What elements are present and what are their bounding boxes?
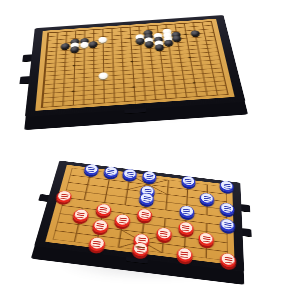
go-grid bbox=[41, 21, 229, 108]
piece-character bbox=[136, 245, 144, 252]
go-stone-black bbox=[61, 43, 70, 50]
star-point bbox=[130, 61, 133, 63]
go-board-frame bbox=[25, 15, 246, 117]
xiangqi-board-surface bbox=[45, 165, 234, 265]
piece-character bbox=[99, 206, 107, 212]
xiangqi-piece-red-horse bbox=[72, 208, 90, 222]
xiangqi-piece-red-chariot bbox=[91, 219, 109, 233]
xiangqi-piece-red-soldier bbox=[178, 221, 194, 235]
xiangqi-piece-blue-advisor bbox=[122, 168, 138, 180]
piece-character bbox=[141, 211, 149, 217]
go-stone-black bbox=[145, 41, 154, 48]
star-point bbox=[132, 86, 135, 88]
piece-character bbox=[182, 224, 189, 231]
hinge-tab bbox=[240, 228, 251, 237]
xiangqi-piece-red-cannon bbox=[156, 227, 173, 242]
go-board-3d bbox=[25, 15, 246, 117]
xiangqi-piece-blue-horse bbox=[179, 205, 194, 219]
go-stone-black bbox=[89, 41, 98, 47]
piece-character bbox=[204, 195, 211, 201]
piece-character bbox=[183, 208, 190, 214]
piece-character bbox=[224, 221, 231, 228]
xiangqi-piece-blue-soldier bbox=[139, 193, 155, 206]
xiangqi-piece-red-horse bbox=[199, 232, 215, 247]
piece-character bbox=[185, 178, 192, 184]
product-photo bbox=[0, 0, 290, 290]
piece-character bbox=[203, 235, 210, 242]
star-point bbox=[72, 90, 75, 92]
xiangqi-piece-red-soldier bbox=[114, 214, 131, 228]
xiangqi-piece-red-elephant bbox=[176, 247, 193, 263]
xiangqi-piece-blue-soldier bbox=[220, 202, 235, 215]
xiangqi-piece-blue-cannon bbox=[200, 192, 215, 205]
go-stone-black bbox=[135, 38, 144, 44]
xiangqi-piece-red-chariot bbox=[220, 252, 236, 268]
piece-character bbox=[224, 256, 232, 263]
go-stone-black bbox=[172, 35, 182, 41]
go-stone-black bbox=[70, 46, 79, 53]
xiangqi-piece-blue-elephant bbox=[181, 175, 196, 187]
xiangqi-pieces-layer bbox=[52, 168, 228, 261]
star-point bbox=[73, 65, 76, 67]
xiangqi-board-3d bbox=[34, 161, 244, 272]
piece-character bbox=[146, 173, 153, 179]
piece-character bbox=[119, 217, 127, 224]
xiangqi-piece-blue-elephant bbox=[103, 166, 119, 178]
star-point bbox=[129, 37, 132, 38]
star-point bbox=[184, 34, 187, 35]
go-stone-white bbox=[99, 72, 108, 79]
xiangqi-piece-red-general bbox=[132, 242, 150, 257]
piece-character bbox=[126, 171, 133, 177]
xiangqi-piece-blue-soldier bbox=[220, 218, 235, 232]
xiangqi-piece-red-soldier bbox=[136, 208, 152, 222]
xiangqi-piece-blue-general bbox=[142, 171, 157, 183]
go-board-surface bbox=[35, 19, 234, 111]
brand-mark bbox=[135, 246, 145, 249]
star-point bbox=[188, 57, 191, 59]
xiangqi-piece-blue-chariot bbox=[220, 180, 234, 192]
hinge-tab bbox=[19, 76, 31, 84]
go-stone-white bbox=[98, 37, 107, 43]
go-stone-black bbox=[190, 30, 200, 36]
piece-character bbox=[107, 169, 114, 175]
go-stone-white bbox=[80, 42, 89, 49]
piece-character bbox=[60, 193, 68, 199]
piece-character bbox=[223, 183, 230, 189]
piece-character bbox=[77, 211, 85, 218]
xiangqi-piece-red-soldier bbox=[55, 190, 73, 203]
go-stone-black bbox=[155, 44, 165, 51]
piece-character bbox=[138, 236, 146, 243]
xiangqi-piece-red-elephant bbox=[87, 237, 105, 252]
piece-character bbox=[224, 205, 231, 211]
piece-character bbox=[96, 222, 104, 229]
xiangqi-piece-red-advisor bbox=[133, 233, 150, 248]
xiangqi-board-set bbox=[47, 119, 243, 290]
go-stone-black bbox=[164, 40, 174, 47]
xiangqi-grid bbox=[52, 168, 228, 261]
xiangqi-piece-red-cannon bbox=[95, 203, 112, 217]
star-point bbox=[193, 82, 196, 84]
piece-character bbox=[92, 240, 101, 247]
piece-character bbox=[88, 166, 96, 172]
piece-character bbox=[180, 250, 188, 257]
xiangqi-piece-blue-horse bbox=[83, 164, 99, 176]
piece-character bbox=[160, 230, 168, 237]
piece-character bbox=[143, 195, 150, 201]
